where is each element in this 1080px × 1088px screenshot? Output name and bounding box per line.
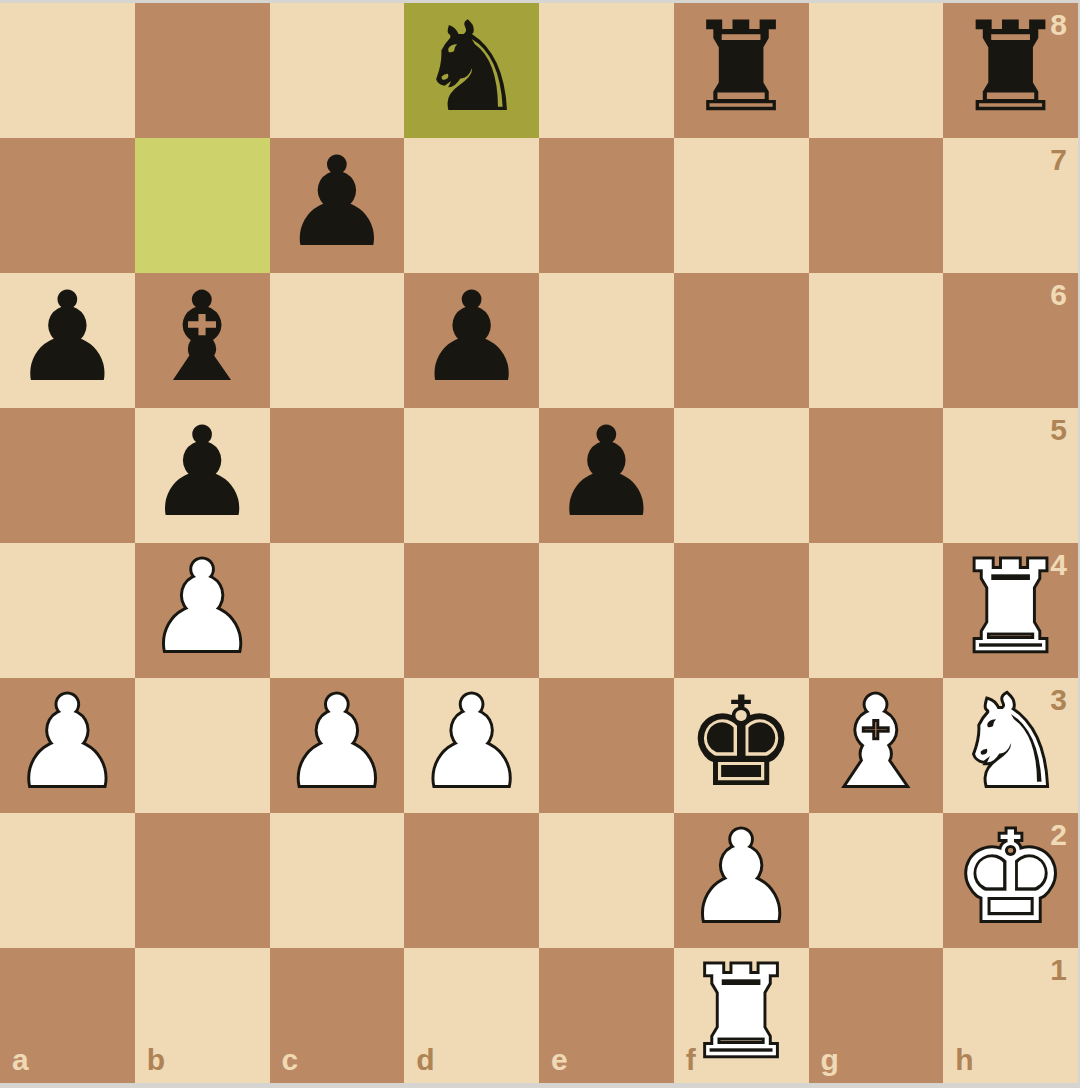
- square-d4[interactable]: [404, 543, 539, 678]
- square-d2[interactable]: [404, 813, 539, 948]
- square-e5[interactable]: ♟: [539, 408, 674, 543]
- file-label-a: a: [12, 1045, 29, 1075]
- square-e3[interactable]: [539, 678, 674, 813]
- square-a2[interactable]: [0, 813, 135, 948]
- square-a5[interactable]: [0, 408, 135, 543]
- square-g5[interactable]: [809, 408, 944, 543]
- square-e1[interactable]: e: [539, 948, 674, 1083]
- square-a3[interactable]: ♟: [0, 678, 135, 813]
- square-b1[interactable]: b: [135, 948, 270, 1083]
- rank-label-1: 1: [1050, 955, 1067, 985]
- square-b6[interactable]: ♝: [135, 273, 270, 408]
- square-f3[interactable]: ♚: [674, 678, 809, 813]
- square-c5[interactable]: [270, 408, 405, 543]
- square-a8[interactable]: [0, 3, 135, 138]
- square-e7[interactable]: [539, 138, 674, 273]
- black-pawn-e5[interactable]: ♟: [551, 410, 662, 534]
- square-f2[interactable]: ♟: [674, 813, 809, 948]
- white-pawn-f2[interactable]: ♟: [686, 815, 797, 939]
- black-king-f3[interactable]: ♚: [686, 680, 797, 804]
- square-h1[interactable]: 1h: [943, 948, 1078, 1083]
- square-a7[interactable]: [0, 138, 135, 273]
- file-label-f: f: [686, 1045, 696, 1075]
- square-d8[interactable]: ♞: [404, 3, 539, 138]
- black-rook-f8[interactable]: ♜: [686, 5, 797, 129]
- square-g8[interactable]: [809, 3, 944, 138]
- rank-label-8: 8: [1050, 10, 1067, 40]
- white-bishop-g3[interactable]: ♝: [820, 680, 931, 804]
- file-label-c: c: [282, 1045, 299, 1075]
- square-g7[interactable]: [809, 138, 944, 273]
- rank-label-6: 6: [1050, 280, 1067, 310]
- square-b5[interactable]: ♟: [135, 408, 270, 543]
- square-g3[interactable]: ♝: [809, 678, 944, 813]
- black-knight-d8[interactable]: ♞: [416, 5, 527, 129]
- square-a4[interactable]: [0, 543, 135, 678]
- file-label-b: b: [147, 1045, 165, 1075]
- square-g1[interactable]: g: [809, 948, 944, 1083]
- square-h2[interactable]: ♚2: [943, 813, 1078, 948]
- white-rook-f1[interactable]: ♜: [686, 950, 797, 1074]
- square-f7[interactable]: [674, 138, 809, 273]
- square-e6[interactable]: [539, 273, 674, 408]
- square-f1[interactable]: ♜f: [674, 948, 809, 1083]
- black-pawn-c7[interactable]: ♟: [281, 140, 392, 264]
- square-g4[interactable]: [809, 543, 944, 678]
- white-pawn-c3[interactable]: ♟: [281, 680, 392, 804]
- square-b3[interactable]: [135, 678, 270, 813]
- square-b2[interactable]: [135, 813, 270, 948]
- square-h4[interactable]: ♜4: [943, 543, 1078, 678]
- file-label-h: h: [955, 1045, 973, 1075]
- square-h7[interactable]: 7: [943, 138, 1078, 273]
- square-d7[interactable]: [404, 138, 539, 273]
- square-d6[interactable]: ♟: [404, 273, 539, 408]
- black-pawn-d6[interactable]: ♟: [416, 275, 527, 399]
- rank-label-3: 3: [1050, 685, 1067, 715]
- square-f8[interactable]: ♜: [674, 3, 809, 138]
- square-b8[interactable]: [135, 3, 270, 138]
- square-g6[interactable]: [809, 273, 944, 408]
- square-b4[interactable]: ♟: [135, 543, 270, 678]
- square-e2[interactable]: [539, 813, 674, 948]
- square-h5[interactable]: 5: [943, 408, 1078, 543]
- square-c8[interactable]: [270, 3, 405, 138]
- square-c2[interactable]: [270, 813, 405, 948]
- rank-label-2: 2: [1050, 820, 1067, 850]
- black-pawn-b5[interactable]: ♟: [147, 410, 258, 534]
- square-h6[interactable]: 6: [943, 273, 1078, 408]
- square-c6[interactable]: [270, 273, 405, 408]
- square-d1[interactable]: d: [404, 948, 539, 1083]
- square-c3[interactable]: ♟: [270, 678, 405, 813]
- square-c4[interactable]: [270, 543, 405, 678]
- square-f5[interactable]: [674, 408, 809, 543]
- square-h8[interactable]: ♜8: [943, 3, 1078, 138]
- rank-label-7: 7: [1050, 145, 1067, 175]
- square-e8[interactable]: [539, 3, 674, 138]
- square-b7[interactable]: [135, 138, 270, 273]
- square-f4[interactable]: [674, 543, 809, 678]
- white-pawn-a3[interactable]: ♟: [12, 680, 123, 804]
- square-a6[interactable]: ♟: [0, 273, 135, 408]
- black-bishop-b6[interactable]: ♝: [147, 275, 258, 399]
- file-label-g: g: [821, 1045, 839, 1075]
- black-pawn-a6[interactable]: ♟: [12, 275, 123, 399]
- square-a1[interactable]: a: [0, 948, 135, 1083]
- square-d3[interactable]: ♟: [404, 678, 539, 813]
- white-pawn-b4[interactable]: ♟: [147, 545, 258, 669]
- file-label-e: e: [551, 1045, 568, 1075]
- rank-label-5: 5: [1050, 415, 1067, 445]
- square-d5[interactable]: [404, 408, 539, 543]
- white-pawn-d3[interactable]: ♟: [416, 680, 527, 804]
- square-c1[interactable]: c: [270, 948, 405, 1083]
- chess-board: ♞♜♜8♟7♟♝♟6♟♟5♟♜4♟♟♟♚♝♞3♟♚2abcde♜fg1h: [0, 3, 1078, 1083]
- square-c7[interactable]: ♟: [270, 138, 405, 273]
- square-f6[interactable]: [674, 273, 809, 408]
- square-e4[interactable]: [539, 543, 674, 678]
- square-h3[interactable]: ♞3: [943, 678, 1078, 813]
- rank-label-4: 4: [1050, 550, 1067, 580]
- file-label-d: d: [416, 1045, 434, 1075]
- square-g2[interactable]: [809, 813, 944, 948]
